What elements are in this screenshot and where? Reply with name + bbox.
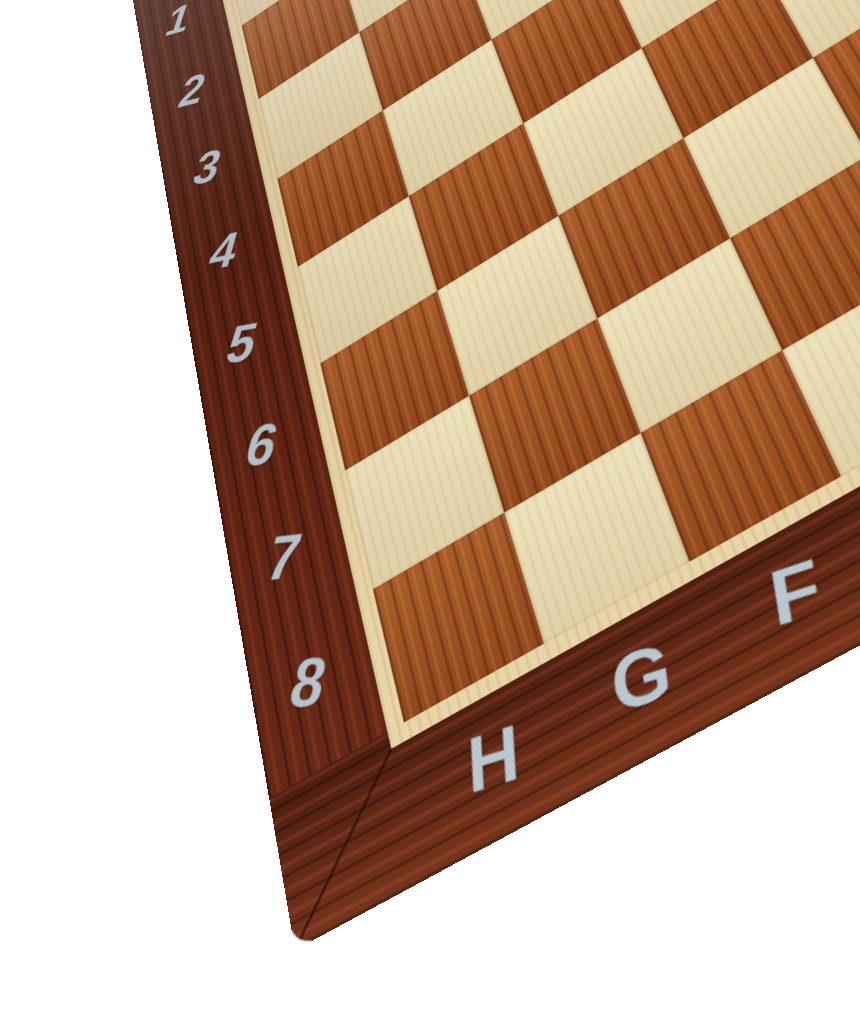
file-label-h: H (465, 706, 522, 812)
file-label-g: G (608, 624, 677, 732)
chessboard: 12345678 HGF (125, 0, 860, 950)
board-photo: 12345678 HGF (0, 0, 860, 1024)
